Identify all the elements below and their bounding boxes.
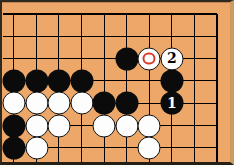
- intersection-r1c7: [138, 3, 161, 25]
- goban-grid: 21: [3, 3, 228, 162]
- intersection-r5c6: [115, 92, 138, 114]
- black-stone: 1: [160, 92, 183, 115]
- intersection-r2c8: [161, 25, 184, 47]
- grid-line-extension: [206, 159, 229, 162]
- intersection-r4c8: [161, 70, 184, 92]
- intersection-r1c5: [93, 3, 116, 25]
- intersection-r3c1: [3, 47, 26, 69]
- white-stone: [93, 114, 116, 137]
- intersection-r2c9: [183, 25, 206, 47]
- black-stone: [115, 47, 138, 70]
- intersection-r5c10: [206, 92, 229, 114]
- intersection-r7c4: [70, 137, 93, 159]
- white-stone: [25, 136, 48, 159]
- intersection-r3c9: [183, 47, 206, 69]
- intersection-r1c8: [161, 3, 184, 25]
- intersection-r4c7: [138, 70, 161, 92]
- intersection-r2c3: [48, 25, 71, 47]
- grid-line-extension: [138, 159, 161, 162]
- intersection-r2c6: [115, 25, 138, 47]
- intersection-r4c1: [3, 70, 26, 92]
- intersection-r7c1: [3, 137, 26, 159]
- intersection-r7c10: [206, 137, 229, 159]
- intersection-r5c1: [3, 92, 26, 114]
- intersection-r3c6: [115, 47, 138, 69]
- grid-line-extension: [93, 159, 116, 162]
- move-number-label: 2: [167, 51, 177, 65]
- intersection-r6c5: [93, 114, 116, 136]
- intersection-r3c10: [206, 47, 229, 69]
- grid-line-extension: [48, 159, 71, 162]
- grid-line-extension: [183, 159, 206, 162]
- grid-line-extension: [115, 159, 138, 162]
- intersection-r4c5: [93, 70, 116, 92]
- intersection-r6c2: [25, 114, 48, 136]
- white-stone: [48, 114, 71, 137]
- white-stone: [2, 92, 25, 115]
- intersection-r1c10: [206, 3, 229, 25]
- white-stone: [48, 92, 71, 115]
- white-stone: [25, 92, 48, 115]
- black-stone: [2, 136, 25, 159]
- go-board: 21: [0, 0, 234, 165]
- black-stone: [2, 69, 25, 92]
- white-stone: [25, 114, 48, 137]
- intersection-r4c10: [206, 70, 229, 92]
- move-number-label: 1: [167, 96, 177, 110]
- intersection-r7c8: [161, 137, 184, 159]
- intersection-r2c10: [206, 25, 229, 47]
- intersection-r7c7: [138, 137, 161, 159]
- intersection-r3c3: [48, 47, 71, 69]
- intersection-r6c9: [183, 114, 206, 136]
- white-stone: [138, 114, 161, 137]
- intersection-r5c7: [138, 92, 161, 114]
- black-stone: [160, 69, 183, 92]
- grid-line-extension: [3, 159, 26, 162]
- black-stone: [93, 92, 116, 115]
- intersection-r1c6: [115, 3, 138, 25]
- black-stone: [2, 114, 25, 137]
- intersection-r2c1: [3, 25, 26, 47]
- intersection-r2c4: [70, 25, 93, 47]
- circle-mark-icon: [143, 52, 156, 65]
- intersection-r4c3: [48, 70, 71, 92]
- black-stone: [48, 69, 71, 92]
- white-stone: [115, 114, 138, 137]
- intersection-r4c2: [25, 70, 48, 92]
- intersection-r2c7: [138, 25, 161, 47]
- intersection-r4c4: [70, 70, 93, 92]
- intersection-r3c8: 2: [161, 47, 184, 69]
- white-stone: [138, 47, 161, 70]
- intersection-r6c3: [48, 114, 71, 136]
- white-stone: 2: [160, 47, 183, 70]
- intersection-r6c8: [161, 114, 184, 136]
- intersection-r4c9: [183, 70, 206, 92]
- intersection-r5c4: [70, 92, 93, 114]
- black-stone: [115, 92, 138, 115]
- grid-line-extension: [25, 159, 48, 162]
- grid-line-extension: [161, 159, 184, 162]
- intersection-r6c10: [206, 114, 229, 136]
- intersection-r7c9: [183, 137, 206, 159]
- intersection-r7c2: [25, 137, 48, 159]
- intersection-r7c3: [48, 137, 71, 159]
- intersection-r1c3: [48, 3, 71, 25]
- intersection-r6c6: [115, 114, 138, 136]
- intersection-r2c2: [25, 25, 48, 47]
- intersection-r5c3: [48, 92, 71, 114]
- intersection-r6c7: [138, 114, 161, 136]
- intersection-r1c9: [183, 3, 206, 25]
- intersection-r1c2: [25, 3, 48, 25]
- grid-line-extension: [70, 159, 93, 162]
- intersection-r3c4: [70, 47, 93, 69]
- intersection-r7c5: [93, 137, 116, 159]
- black-stone: [70, 69, 93, 92]
- intersection-r5c5: [93, 92, 116, 114]
- intersection-r4c6: [115, 70, 138, 92]
- intersection-r6c4: [70, 114, 93, 136]
- intersection-r5c8: 1: [161, 92, 184, 114]
- intersection-r2c5: [93, 25, 116, 47]
- intersection-r1c4: [70, 3, 93, 25]
- intersection-r5c9: [183, 92, 206, 114]
- intersection-r6c1: [3, 114, 26, 136]
- intersection-r3c2: [25, 47, 48, 69]
- white-stone: [70, 92, 93, 115]
- intersection-r5c2: [25, 92, 48, 114]
- white-stone: [138, 136, 161, 159]
- intersection-r3c5: [93, 47, 116, 69]
- intersection-r3c7: [138, 47, 161, 69]
- intersection-r1c1: [3, 3, 26, 25]
- intersection-r7c6: [115, 137, 138, 159]
- black-stone: [25, 69, 48, 92]
